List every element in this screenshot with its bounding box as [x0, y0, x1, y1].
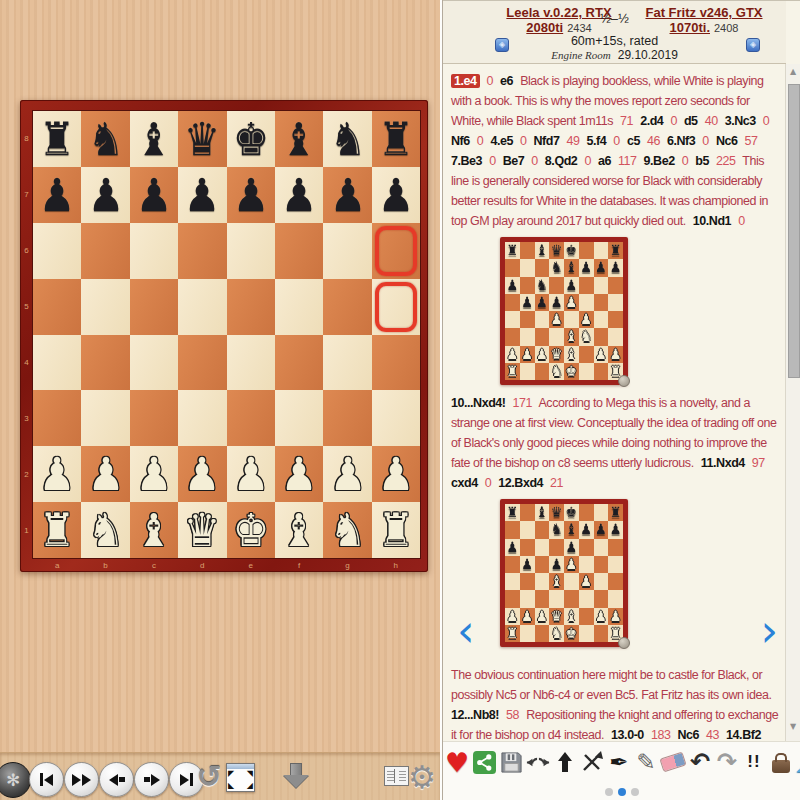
move-time: 0: [489, 154, 496, 168]
move-text[interactable]: 2.d4: [640, 114, 663, 128]
square-a1[interactable]: ♜: [33, 502, 81, 558]
white-engine-icon: ◈: [495, 38, 509, 52]
square-g4[interactable]: [323, 335, 371, 391]
diagram-2[interactable]: ♜♝♛♚♜♞♝♟♟♟♟♟♟♟♟♝♟♟♟♟♛♝♟♟♜♞♚♜: [500, 499, 628, 647]
file-label: h: [372, 558, 420, 572]
square-f5[interactable]: [275, 279, 323, 335]
black-bishop: ♝: [281, 116, 318, 162]
square-b5: ♟: [520, 294, 535, 311]
square-b1[interactable]: ♞: [81, 502, 129, 558]
square-a3: [505, 590, 520, 607]
back-button[interactable]: [99, 762, 134, 797]
white-pawn: ♟: [536, 609, 548, 623]
black-pawn: ♟: [136, 172, 173, 218]
square-c1: [535, 625, 550, 642]
move-text[interactable]: 4.e5: [490, 134, 513, 148]
eraser-icon[interactable]: [661, 748, 685, 776]
white-bishop: ♝: [566, 609, 578, 623]
white-queen: ♛: [551, 609, 563, 623]
white-knight: ♞: [580, 330, 592, 344]
playback-toolbar: ✻ ↺ ◤◥◣◢ ⚙: [0, 752, 440, 800]
black-pawn: ♟: [580, 261, 592, 275]
notation-paragraph: 1.e4 0 e6 Black is playing bookless, whi…: [451, 71, 780, 231]
black-king: ♚: [232, 116, 269, 162]
square-c1[interactable]: ♝: [130, 502, 178, 558]
square-a5[interactable]: [33, 279, 81, 335]
square-f7: ♟: [579, 521, 594, 538]
variation-fork-icon[interactable]: [526, 748, 550, 776]
move-time: 0: [584, 154, 591, 168]
file-label: a: [33, 558, 81, 572]
white-pawn: ♟: [610, 347, 622, 361]
square-g5[interactable]: [323, 279, 371, 335]
square-d2[interactable]: ♟: [178, 446, 226, 502]
square-c6: [535, 539, 550, 556]
square-b7[interactable]: ♟: [81, 167, 129, 223]
page-dot-1[interactable]: [605, 788, 613, 796]
black-pawn: ♟: [329, 172, 366, 218]
square-f8: [579, 242, 594, 259]
maximize-board-button[interactable]: ◤◥◣◢: [226, 763, 255, 792]
square-e2[interactable]: ♟: [227, 446, 275, 502]
square-h4: [608, 311, 623, 328]
annotation-marks-icon[interactable]: !!: [742, 748, 766, 776]
square-e3: ♝: [564, 328, 579, 345]
square-f3: ♞: [579, 328, 594, 345]
square-e4[interactable]: [227, 335, 275, 391]
black-bishop: ♝: [536, 243, 548, 257]
square-e1: ♚: [564, 625, 579, 642]
square-d3[interactable]: [178, 390, 226, 446]
square-g7: ♟: [594, 259, 609, 276]
white-pawn: ♟: [551, 312, 563, 326]
white-bishop: ♝: [551, 574, 563, 588]
move-text[interactable]: 12.Bxd4: [498, 476, 543, 490]
black-rook: ♜: [507, 505, 519, 519]
square-g5: [594, 556, 609, 573]
square-b4: [520, 573, 535, 590]
square-f4[interactable]: [275, 335, 323, 391]
black-pawn: ♟: [595, 523, 607, 537]
black-pawn: ♟: [521, 557, 533, 571]
square-e4: [564, 311, 579, 328]
square-e2: ♝: [564, 346, 579, 363]
square-g8: [594, 242, 609, 259]
square-g7[interactable]: ♟: [323, 167, 371, 223]
file-label: c: [130, 558, 178, 572]
square-g8[interactable]: ♞: [323, 111, 371, 167]
move-time: 71: [620, 114, 633, 128]
square-g1: [594, 625, 609, 642]
square-e5[interactable]: [227, 279, 275, 335]
square-a4[interactable]: [33, 335, 81, 391]
square-c3: [535, 590, 550, 607]
prev-chevron-icon[interactable]: ‹: [457, 613, 475, 649]
pencil-icon[interactable]: ✎: [634, 748, 658, 776]
white-rook: ♜: [507, 626, 519, 640]
square-c2[interactable]: ♟: [130, 446, 178, 502]
engine-fan-icon[interactable]: ✻: [0, 762, 31, 798]
square-a4: [505, 311, 520, 328]
square-a8: ♜: [505, 242, 520, 259]
redo-icon[interactable]: ↷: [715, 748, 739, 776]
move-text[interactable]: Be7: [503, 154, 525, 168]
square-h5: [608, 556, 623, 573]
page-dot-3[interactable]: [631, 788, 639, 796]
square-f7[interactable]: ♟: [275, 167, 323, 223]
square-a4: [505, 573, 520, 590]
square-e8[interactable]: ♚: [227, 111, 275, 167]
square-d6: [549, 539, 564, 556]
white-queen: ♛: [184, 507, 221, 553]
save-icon[interactable]: [499, 748, 523, 776]
move-time: 0: [763, 114, 770, 128]
scroll-up-icon[interactable]: ▲: [786, 66, 800, 78]
move-text[interactable]: 11.Nxd4: [701, 456, 745, 470]
white-pawn: ♟: [566, 295, 578, 309]
square-d5[interactable]: [178, 279, 226, 335]
square-b2: ♟: [520, 608, 535, 625]
black-player[interactable]: Fat Fritz v246, GTX 1070ti.2408: [624, 5, 784, 36]
move-text[interactable]: a6: [598, 154, 611, 168]
square-d8: ♛: [549, 504, 564, 521]
square-g6[interactable]: [323, 223, 371, 279]
move-text[interactable]: e6: [500, 74, 513, 88]
scrollbar-thumb[interactable]: [788, 84, 800, 378]
rotate-board-button[interactable]: ↺: [194, 759, 224, 795]
white-pawn: ♟: [580, 574, 592, 588]
white-rook: ♜: [378, 507, 415, 553]
square-e3[interactable]: [227, 390, 275, 446]
square-e3: [564, 590, 579, 607]
square-c8: ♝: [535, 242, 550, 259]
square-h6[interactable]: [372, 223, 420, 279]
move-time: 0: [702, 134, 709, 148]
square-c8: ♝: [535, 504, 550, 521]
black-knight: ♞: [551, 523, 563, 537]
white-pawn: ♟: [87, 451, 124, 497]
square-h2: ♟: [608, 608, 623, 625]
square-a6[interactable]: [33, 223, 81, 279]
square-c4: [535, 311, 550, 328]
black-rook: ♜: [378, 116, 415, 162]
square-b4: [520, 311, 535, 328]
square-c6[interactable]: [130, 223, 178, 279]
move-time: 43: [706, 728, 719, 741]
annotation-toolbar: ♥ ✒ ✎ ↶ ↷: [443, 741, 800, 800]
move-text[interactable]: 8.Qd2: [545, 154, 578, 168]
square-b8[interactable]: ♞: [81, 111, 129, 167]
square-f8[interactable]: ♝: [275, 111, 323, 167]
square-f2[interactable]: ♟: [275, 446, 323, 502]
notation-text: 1.e4 0 e6 Black is playing bookless, whi…: [443, 64, 786, 741]
square-d6: [549, 277, 564, 294]
black-name-line2[interactable]: 1070ti.: [670, 20, 710, 35]
black-knight: ♞: [551, 261, 563, 275]
square-b1: [520, 363, 535, 380]
move-text[interactable]: b5: [695, 154, 709, 168]
square-d8: ♛: [549, 242, 564, 259]
move-text[interactable]: 6.Nf3: [667, 134, 695, 148]
square-e8: ♚: [564, 242, 579, 259]
square-g1[interactable]: ♞: [323, 502, 371, 558]
square-e6: ♟: [564, 277, 579, 294]
rank-label: 7: [20, 167, 33, 223]
white-pawn: ♟: [184, 451, 221, 497]
square-d8[interactable]: ♛: [178, 111, 226, 167]
square-d6[interactable]: [178, 223, 226, 279]
square-h4[interactable]: [372, 335, 420, 391]
square-g2: ♟: [594, 608, 609, 625]
square-e7[interactable]: ♟: [227, 167, 275, 223]
move-text[interactable]: 12...Nb8!: [451, 708, 499, 722]
square-h5[interactable]: [372, 279, 420, 335]
black-rook: ♜: [39, 116, 76, 162]
square-a7[interactable]: ♟: [33, 167, 81, 223]
move-time: 171: [513, 396, 533, 410]
delete-variation-icon[interactable]: [580, 748, 604, 776]
white-bishop: ♝: [136, 507, 173, 553]
square-c5: ♟: [535, 294, 550, 311]
square-f6: [579, 539, 594, 556]
black-pawn: ♟: [87, 172, 124, 218]
square-h3[interactable]: [372, 390, 420, 446]
page-dots: [443, 788, 800, 796]
move-time: 0: [485, 476, 492, 490]
square-a1: ♜: [505, 363, 520, 380]
white-knight: ♞: [329, 507, 366, 553]
cloud-engine-icon[interactable]: ☁: [796, 748, 800, 776]
square-f6: [579, 277, 594, 294]
square-c6: ♞: [535, 277, 550, 294]
black-pawn: ♟: [378, 172, 415, 218]
undo-icon[interactable]: ↶: [688, 748, 712, 776]
square-c7[interactable]: ♟: [130, 167, 178, 223]
square-d1[interactable]: ♛: [178, 502, 226, 558]
square-h5: [608, 294, 623, 311]
move-text[interactable]: 13.0-0: [611, 728, 644, 741]
square-d4: ♟: [549, 311, 564, 328]
white-bishop: ♝: [566, 347, 578, 361]
move-time: 0: [682, 154, 689, 168]
rank-label: 1: [20, 502, 33, 558]
square-e1[interactable]: ♚: [227, 502, 275, 558]
square-h1[interactable]: ♜: [372, 502, 420, 558]
square-f5: [579, 294, 594, 311]
black-rook: ♜: [507, 243, 519, 257]
square-d3: [549, 590, 564, 607]
black-pawn: ♟: [184, 172, 221, 218]
square-e7: ♝: [564, 521, 579, 538]
move-time: 0: [531, 154, 538, 168]
white-pawn: ♟: [595, 609, 607, 623]
square-e4: [564, 573, 579, 590]
black-pawn: ♟: [39, 172, 76, 218]
square-f1[interactable]: ♝: [275, 502, 323, 558]
square-a2[interactable]: ♟: [33, 446, 81, 502]
promote-variation-icon[interactable]: [553, 748, 577, 776]
page-dot-2[interactable]: [618, 788, 626, 796]
square-g2[interactable]: ♟: [323, 446, 371, 502]
white-pawn: ♟: [136, 451, 173, 497]
move-text[interactable]: cxd4: [451, 476, 478, 490]
board-grid: ♜♞♝♛♚♝♞♜♟♟♟♟♟♟♟♟♟♟♟♟♟♟♟♟♜♞♝♛♚♝♞♜: [33, 111, 420, 558]
move-time: 40: [705, 114, 718, 128]
square-a2: ♟: [505, 346, 520, 363]
square-c2: ♟: [535, 608, 550, 625]
square-b6: [520, 539, 535, 556]
goto-start-button[interactable]: [29, 762, 64, 797]
commentary-text: The obvious continuation here might be t…: [451, 668, 771, 702]
move-time: 21: [550, 476, 563, 490]
next-chevron-icon[interactable]: ›: [760, 613, 778, 649]
event-name: Engine Room: [551, 49, 611, 61]
move-time: 58: [506, 708, 519, 722]
square-d4[interactable]: [178, 335, 226, 391]
settings-gear-button[interactable]: ⚙: [406, 757, 438, 797]
rank-label: 2: [20, 446, 33, 502]
square-a7: [505, 259, 520, 276]
white-pawn: ♟: [566, 557, 578, 571]
black-pawn: ♟: [281, 172, 318, 218]
square-g3[interactable]: [323, 390, 371, 446]
square-b3: [520, 590, 535, 607]
board-panel: 87654321 abcdefgh ♜♞♝♛♚♝♞♜♟♟♟♟♟♟♟♟♟♟♟♟♟♟…: [0, 0, 440, 800]
square-b4[interactable]: [81, 335, 129, 391]
square-g8: [594, 504, 609, 521]
black-bishop: ♝: [536, 505, 548, 519]
file-label: e: [227, 558, 275, 572]
square-b3[interactable]: [81, 390, 129, 446]
move-text[interactable]: 9.Be2: [644, 154, 675, 168]
move-time: 0: [613, 134, 620, 148]
black-pawn: ♟: [521, 295, 533, 309]
bag-icon[interactable]: [769, 748, 793, 776]
notation-panel: Leela v.0.22, RTX 2080ti2434 ½–½ Fat Fri…: [440, 0, 800, 800]
notation-paragraph: The obvious continuation here might be t…: [451, 665, 780, 741]
white-pawn: ♟: [329, 451, 366, 497]
notation-scrollbar[interactable]: ▲ ▼: [785, 64, 800, 741]
white-pawn: ♟: [610, 609, 622, 623]
rank-labels: 87654321: [20, 111, 33, 558]
move-time: 0: [520, 134, 527, 148]
black-pawn: ♟: [580, 523, 592, 537]
square-b5[interactable]: [81, 279, 129, 335]
square-e1: ♚: [564, 363, 579, 380]
square-b8: [520, 504, 535, 521]
move-text[interactable]: 7.Be3: [451, 154, 482, 168]
scroll-down-icon[interactable]: ▼: [786, 721, 800, 733]
favorite-heart-icon[interactable]: ♥: [445, 748, 469, 776]
square-h2[interactable]: ♟: [372, 446, 420, 502]
move-text[interactable]: Nc6: [677, 728, 699, 741]
square-a6: ♟: [505, 277, 520, 294]
white-pawn: ♟: [39, 451, 76, 497]
square-d7: ♞: [549, 521, 564, 538]
move-text[interactable]: 10...Nxd4!: [451, 396, 506, 410]
move-text[interactable]: 5.f4: [587, 134, 607, 148]
square-c4: [535, 573, 550, 590]
forward-button[interactable]: [134, 762, 169, 797]
square-f2: [579, 346, 594, 363]
square-c3[interactable]: [130, 390, 178, 446]
square-h8[interactable]: ♜: [372, 111, 420, 167]
square-e5: ♟: [564, 556, 579, 573]
square-d7[interactable]: ♟: [178, 167, 226, 223]
black-pawn: ♟: [551, 557, 563, 571]
square-e5: ♟: [564, 294, 579, 311]
diagram-1[interactable]: ♜♝♛♚♜♞♝♟♟♟♟♞♟♟♟♟♟♟♟♝♞♟♟♟♛♝♟♟♜♞♚♜: [500, 237, 628, 385]
diagram-knob-icon: [618, 637, 630, 649]
black-pawn: ♟: [551, 295, 563, 309]
black-knight: ♞: [329, 116, 366, 162]
share-icon[interactable]: [472, 748, 496, 776]
square-f3[interactable]: [275, 390, 323, 446]
square-b2[interactable]: ♟: [81, 446, 129, 502]
square-d1: ♞: [549, 625, 564, 642]
pen-icon[interactable]: ✒: [607, 748, 631, 776]
square-h8: ♜: [608, 242, 623, 259]
square-c5[interactable]: [130, 279, 178, 335]
square-a3[interactable]: [33, 390, 81, 446]
white-bishop: ♝: [566, 330, 578, 344]
square-d7: ♞: [549, 259, 564, 276]
square-c8[interactable]: ♝: [130, 111, 178, 167]
square-h7[interactable]: ♟: [372, 167, 420, 223]
file-label: g: [323, 558, 371, 572]
black-rook: ♜: [610, 243, 622, 257]
download-button[interactable]: [282, 763, 310, 791]
move-text[interactable]: 1.e4: [451, 74, 480, 88]
move-text[interactable]: c5: [627, 134, 640, 148]
black-queen: ♛: [551, 243, 563, 257]
square-a7: [505, 521, 520, 538]
square-b7: [520, 521, 535, 538]
square-b6[interactable]: [81, 223, 129, 279]
move-text[interactable]: 10.Nd1: [693, 214, 731, 228]
square-e6: ♟: [564, 539, 579, 556]
square-f6[interactable]: [275, 223, 323, 279]
square-g2: ♟: [594, 346, 609, 363]
black-king: ♚: [566, 505, 578, 519]
black-name-line1[interactable]: Fat Fritz v246, GTX: [645, 5, 762, 20]
square-b2: ♟: [520, 346, 535, 363]
autoplay-button[interactable]: [64, 762, 99, 797]
move-text[interactable]: d5: [684, 114, 698, 128]
move-text[interactable]: Nf6: [451, 134, 470, 148]
square-c4[interactable]: [130, 335, 178, 391]
move-text[interactable]: Nfd7: [533, 134, 559, 148]
square-c1: [535, 363, 550, 380]
move-text[interactable]: 3.Nc3: [725, 114, 756, 128]
square-a5: [505, 294, 520, 311]
square-d4: ♝: [549, 573, 564, 590]
square-f4: ♟: [579, 573, 594, 590]
move-time: 46: [647, 134, 660, 148]
file-labels: abcdefgh: [33, 558, 420, 572]
white-pawn: ♟: [595, 347, 607, 361]
white-knight: ♞: [87, 507, 124, 553]
move-text[interactable]: Nc6: [716, 134, 738, 148]
move-text[interactable]: 14.Bf2: [726, 728, 761, 741]
black-bishop: ♝: [136, 116, 173, 162]
black-pawn: ♟: [610, 261, 622, 275]
file-label: f: [275, 558, 323, 572]
square-b3: [520, 328, 535, 345]
square-e6[interactable]: [227, 223, 275, 279]
black-pawn: ♟: [566, 540, 578, 554]
square-a8[interactable]: ♜: [33, 111, 81, 167]
